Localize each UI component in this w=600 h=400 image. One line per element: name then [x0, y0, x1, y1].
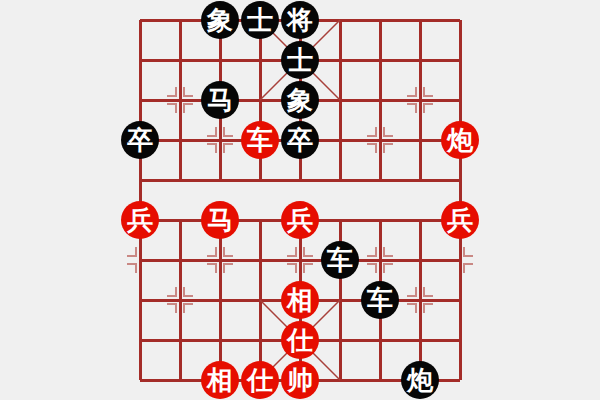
piece-red-chariot[interactable]: 车 [241, 121, 279, 159]
piece-black-elephant[interactable]: 象 [201, 1, 239, 39]
piece-red-king[interactable]: 帅 [281, 361, 319, 399]
piece-red-pawn[interactable]: 兵 [441, 201, 479, 239]
pieces-layer: 象士将士马象卒卒车炮兵马兵兵车相车仕相仕帅炮 [0, 0, 600, 400]
xiangqi-app-canvas: 象士将士马象卒卒车炮兵马兵兵车相车仕相仕帅炮 [0, 0, 600, 400]
piece-black-chariot[interactable]: 车 [321, 241, 359, 279]
piece-black-elephant[interactable]: 象 [281, 81, 319, 119]
piece-red-advisor[interactable]: 仕 [241, 361, 279, 399]
piece-black-advisor[interactable]: 士 [241, 1, 279, 39]
piece-black-horse[interactable]: 马 [201, 81, 239, 119]
piece-black-pawn[interactable]: 卒 [121, 121, 159, 159]
piece-black-pawn[interactable]: 卒 [281, 121, 319, 159]
piece-black-chariot[interactable]: 车 [361, 281, 399, 319]
piece-black-advisor[interactable]: 士 [281, 41, 319, 79]
piece-red-pawn[interactable]: 兵 [281, 201, 319, 239]
piece-black-cannon[interactable]: 炮 [401, 361, 439, 399]
piece-red-horse[interactable]: 马 [201, 201, 239, 239]
piece-red-pawn[interactable]: 兵 [121, 201, 159, 239]
piece-red-cannon[interactable]: 炮 [441, 121, 479, 159]
piece-red-elephant[interactable]: 相 [281, 281, 319, 319]
piece-red-advisor[interactable]: 仕 [281, 321, 319, 359]
piece-red-elephant[interactable]: 相 [201, 361, 239, 399]
piece-black-king[interactable]: 将 [281, 1, 319, 39]
